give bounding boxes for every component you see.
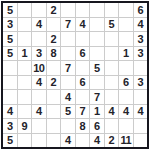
empty-cell[interactable]	[61, 119, 75, 133]
empty-cell[interactable]	[47, 105, 61, 119]
clue-cell: 6	[119, 76, 133, 90]
clue-cell: 2	[47, 76, 61, 90]
empty-cell[interactable]	[61, 32, 75, 46]
empty-cell[interactable]	[76, 90, 90, 104]
empty-cell[interactable]	[18, 3, 32, 17]
empty-cell[interactable]	[134, 119, 148, 133]
empty-cell[interactable]	[47, 61, 61, 75]
empty-cell[interactable]	[90, 32, 104, 46]
empty-cell[interactable]	[76, 61, 90, 75]
empty-cell[interactable]	[18, 32, 32, 46]
clue-cell: 4	[61, 134, 75, 148]
clue-cell: 2	[47, 3, 61, 17]
clue-cell: 3	[3, 119, 17, 133]
puzzle-board: 5263474545235138613107542663474457144439…	[1, 1, 149, 149]
empty-cell[interactable]	[32, 3, 46, 17]
empty-cell[interactable]	[76, 32, 90, 46]
empty-cell[interactable]	[47, 90, 61, 104]
empty-cell[interactable]	[134, 61, 148, 75]
empty-cell[interactable]	[3, 90, 17, 104]
empty-cell[interactable]	[90, 18, 104, 32]
clue-cell: 5	[61, 105, 75, 119]
empty-cell[interactable]	[90, 47, 104, 61]
empty-cell[interactable]	[32, 134, 46, 148]
clue-cell: 5	[90, 61, 104, 75]
clue-cell: 3	[134, 32, 148, 46]
empty-cell[interactable]	[90, 3, 104, 17]
clue-cell: 4	[32, 18, 46, 32]
clue-cell: 5	[3, 134, 17, 148]
empty-cell[interactable]	[18, 134, 32, 148]
empty-cell[interactable]	[119, 119, 133, 133]
empty-cell[interactable]	[119, 3, 133, 17]
empty-cell[interactable]	[61, 76, 75, 90]
clue-cell: 5	[3, 47, 17, 61]
empty-cell[interactable]	[119, 90, 133, 104]
clue-cell: 3	[32, 47, 46, 61]
empty-cell[interactable]	[18, 61, 32, 75]
clue-cell: 7	[61, 61, 75, 75]
clue-cell: 2	[105, 134, 119, 148]
clue-cell: 3	[134, 76, 148, 90]
clue-cell: 8	[47, 47, 61, 61]
empty-cell[interactable]	[18, 90, 32, 104]
empty-cell[interactable]	[105, 47, 119, 61]
empty-cell[interactable]	[32, 119, 46, 133]
empty-cell[interactable]	[105, 61, 119, 75]
clue-cell: 8	[76, 119, 90, 133]
clue-cell: 5	[105, 18, 119, 32]
empty-cell[interactable]	[119, 61, 133, 75]
empty-cell[interactable]	[105, 119, 119, 133]
clue-cell: 4	[134, 18, 148, 32]
empty-cell[interactable]	[47, 119, 61, 133]
empty-cell[interactable]	[3, 61, 17, 75]
clue-cell: 7	[76, 105, 90, 119]
empty-cell[interactable]	[3, 76, 17, 90]
clue-cell: 6	[76, 47, 90, 61]
clue-cell: 3	[3, 18, 17, 32]
clue-cell: 4	[119, 105, 133, 119]
clue-cell: 1	[18, 47, 32, 61]
clue-cell: 5	[3, 32, 17, 46]
empty-cell[interactable]	[47, 134, 61, 148]
clue-cell: 1	[119, 47, 133, 61]
clue-cell: 6	[134, 3, 148, 17]
empty-cell[interactable]	[18, 105, 32, 119]
clue-cell: 4	[32, 76, 46, 90]
clue-cell: 1	[90, 105, 104, 119]
empty-cell[interactable]	[61, 3, 75, 17]
clue-cell: 6	[76, 76, 90, 90]
clue-cell: 11	[119, 134, 133, 148]
clue-cell: 3	[134, 47, 148, 61]
clue-cell: 5	[3, 3, 17, 17]
empty-cell[interactable]	[134, 90, 148, 104]
empty-cell[interactable]	[32, 32, 46, 46]
empty-cell[interactable]	[105, 3, 119, 17]
empty-cell[interactable]	[47, 18, 61, 32]
clue-cell: 9	[18, 119, 32, 133]
clue-cell: 6	[90, 119, 104, 133]
empty-cell[interactable]	[105, 76, 119, 90]
empty-cell[interactable]	[32, 90, 46, 104]
clue-cell: 4	[76, 18, 90, 32]
clue-cell: 7	[90, 90, 104, 104]
empty-cell[interactable]	[61, 47, 75, 61]
clue-cell: 4	[61, 90, 75, 104]
clue-cell: 4	[90, 134, 104, 148]
empty-cell[interactable]	[76, 134, 90, 148]
empty-cell[interactable]	[76, 3, 90, 17]
clue-cell: 2	[47, 32, 61, 46]
clue-cell: 4	[3, 105, 17, 119]
empty-cell[interactable]	[105, 32, 119, 46]
empty-cell[interactable]	[18, 18, 32, 32]
empty-cell[interactable]	[90, 76, 104, 90]
clue-cell: 4	[134, 105, 148, 119]
empty-cell[interactable]	[119, 32, 133, 46]
empty-cell[interactable]	[119, 18, 133, 32]
clue-cell: 10	[32, 61, 46, 75]
clue-cell: 7	[61, 18, 75, 32]
empty-cell[interactable]	[18, 76, 32, 90]
empty-cell[interactable]	[134, 134, 148, 148]
clue-cell: 4	[105, 105, 119, 119]
empty-cell[interactable]	[105, 90, 119, 104]
clue-cell: 4	[32, 105, 46, 119]
